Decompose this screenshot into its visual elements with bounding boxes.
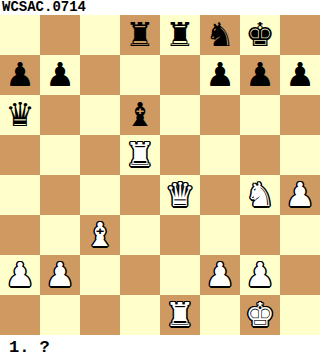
status-bar: 1. ? xyxy=(0,335,320,360)
square-a5[interactable] xyxy=(0,135,40,175)
white-knight[interactable]: ♞ xyxy=(245,175,275,215)
white-rook[interactable]: ♜ xyxy=(125,135,155,175)
square-b8[interactable] xyxy=(40,15,80,55)
square-b7[interactable]: ♟ xyxy=(40,55,80,95)
white-pawn[interactable]: ♟ xyxy=(5,255,35,295)
square-g1[interactable]: ♚ xyxy=(240,295,280,335)
square-d2[interactable] xyxy=(120,255,160,295)
square-g3[interactable] xyxy=(240,215,280,255)
square-b2[interactable]: ♟ xyxy=(40,255,80,295)
white-queen[interactable]: ♛ xyxy=(165,175,195,215)
square-g8[interactable]: ♚ xyxy=(240,15,280,55)
white-pawn[interactable]: ♟ xyxy=(205,255,235,295)
square-e3[interactable] xyxy=(160,215,200,255)
square-c7[interactable] xyxy=(80,55,120,95)
white-bishop[interactable]: ♝ xyxy=(85,215,115,255)
square-c4[interactable] xyxy=(80,175,120,215)
square-a2[interactable]: ♟ xyxy=(0,255,40,295)
square-h4[interactable]: ♟ xyxy=(280,175,320,215)
square-d1[interactable] xyxy=(120,295,160,335)
square-d8[interactable]: ♜ xyxy=(120,15,160,55)
square-c3[interactable]: ♝ xyxy=(80,215,120,255)
square-a3[interactable] xyxy=(0,215,40,255)
square-b3[interactable] xyxy=(40,215,80,255)
square-a8[interactable] xyxy=(0,15,40,55)
square-e6[interactable] xyxy=(160,95,200,135)
square-f8[interactable]: ♞ xyxy=(200,15,240,55)
chess-board[interactable]: ♜♜♞♚♟♟♟♟♟♛♝♜♛♞♟♝♟♟♟♟♜♚ xyxy=(0,15,320,335)
black-pawn[interactable]: ♟ xyxy=(245,55,275,95)
square-e4[interactable]: ♛ xyxy=(160,175,200,215)
square-b6[interactable] xyxy=(40,95,80,135)
square-a6[interactable]: ♛ xyxy=(0,95,40,135)
square-d7[interactable] xyxy=(120,55,160,95)
black-pawn[interactable]: ♟ xyxy=(285,55,315,95)
square-b1[interactable] xyxy=(40,295,80,335)
square-a4[interactable] xyxy=(0,175,40,215)
white-pawn[interactable]: ♟ xyxy=(285,175,315,215)
square-h2[interactable] xyxy=(280,255,320,295)
square-f1[interactable] xyxy=(200,295,240,335)
square-g2[interactable]: ♟ xyxy=(240,255,280,295)
square-f5[interactable] xyxy=(200,135,240,175)
square-f7[interactable]: ♟ xyxy=(200,55,240,95)
square-g7[interactable]: ♟ xyxy=(240,55,280,95)
square-d5[interactable]: ♜ xyxy=(120,135,160,175)
square-h5[interactable] xyxy=(280,135,320,175)
square-f4[interactable] xyxy=(200,175,240,215)
title-bar: WCSAC.0714 xyxy=(0,0,320,15)
square-c5[interactable] xyxy=(80,135,120,175)
square-h6[interactable] xyxy=(280,95,320,135)
square-c1[interactable] xyxy=(80,295,120,335)
black-pawn[interactable]: ♟ xyxy=(45,55,75,95)
square-c8[interactable] xyxy=(80,15,120,55)
black-rook[interactable]: ♜ xyxy=(165,15,195,55)
white-pawn[interactable]: ♟ xyxy=(245,255,275,295)
square-e5[interactable] xyxy=(160,135,200,175)
black-pawn[interactable]: ♟ xyxy=(205,55,235,95)
square-f6[interactable] xyxy=(200,95,240,135)
square-c6[interactable] xyxy=(80,95,120,135)
black-knight[interactable]: ♞ xyxy=(205,15,235,55)
square-b4[interactable] xyxy=(40,175,80,215)
square-h1[interactable] xyxy=(280,295,320,335)
black-king[interactable]: ♚ xyxy=(245,15,275,55)
square-d3[interactable] xyxy=(120,215,160,255)
square-h8[interactable] xyxy=(280,15,320,55)
square-f3[interactable] xyxy=(200,215,240,255)
square-g4[interactable]: ♞ xyxy=(240,175,280,215)
black-queen[interactable]: ♛ xyxy=(5,95,35,135)
square-d4[interactable] xyxy=(120,175,160,215)
square-f2[interactable]: ♟ xyxy=(200,255,240,295)
black-rook[interactable]: ♜ xyxy=(125,15,155,55)
square-a7[interactable]: ♟ xyxy=(0,55,40,95)
square-a1[interactable] xyxy=(0,295,40,335)
square-g5[interactable] xyxy=(240,135,280,175)
square-h7[interactable]: ♟ xyxy=(280,55,320,95)
move-prompt: 1. ? xyxy=(9,338,50,357)
square-b5[interactable] xyxy=(40,135,80,175)
puzzle-id: WCSAC.0714 xyxy=(2,0,86,15)
white-king[interactable]: ♚ xyxy=(245,295,275,335)
square-h3[interactable] xyxy=(280,215,320,255)
square-d6[interactable]: ♝ xyxy=(120,95,160,135)
white-rook[interactable]: ♜ xyxy=(165,295,195,335)
square-c2[interactable] xyxy=(80,255,120,295)
square-e7[interactable] xyxy=(160,55,200,95)
square-e2[interactable] xyxy=(160,255,200,295)
square-e8[interactable]: ♜ xyxy=(160,15,200,55)
square-e1[interactable]: ♜ xyxy=(160,295,200,335)
black-bishop[interactable]: ♝ xyxy=(125,95,155,135)
square-g6[interactable] xyxy=(240,95,280,135)
chess-puzzle-viewer: WCSAC.0714 ♜♜♞♚♟♟♟♟♟♛♝♜♛♞♟♝♟♟♟♟♜♚ 1. ? xyxy=(0,0,320,360)
white-pawn[interactable]: ♟ xyxy=(45,255,75,295)
black-pawn[interactable]: ♟ xyxy=(5,55,35,95)
